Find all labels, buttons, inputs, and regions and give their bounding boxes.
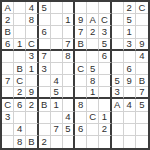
cell-r12c2-given[interactable]: 8: [14, 136, 26, 148]
cell-r5c11-empty[interactable]: [124, 51, 136, 63]
cell-r9c4-given[interactable]: B: [39, 99, 51, 111]
cell-r8c2-given[interactable]: 2: [14, 87, 26, 99]
cell-r7c2-given[interactable]: C: [14, 75, 26, 87]
cell-r1c1-given[interactable]: A: [2, 2, 14, 14]
cell-r3c11-given[interactable]: 1: [124, 26, 136, 38]
cell-r7c11-given[interactable]: 9: [124, 75, 136, 87]
cell-r2c7-given[interactable]: 9: [75, 14, 87, 26]
cell-r6c6-empty[interactable]: [63, 63, 75, 75]
cell-r10c8-given[interactable]: C: [87, 112, 99, 124]
cell-r8c7-empty[interactable]: [75, 87, 87, 99]
cell-r4c1-given[interactable]: 6: [2, 39, 14, 51]
cell-r10c6-given[interactable]: 4: [63, 112, 75, 124]
cell-r10c4-empty[interactable]: [39, 112, 51, 124]
cell-r2c9-given[interactable]: C: [99, 14, 111, 26]
cell-r5c9-given[interactable]: 6: [99, 51, 111, 63]
cell-r6c10-empty[interactable]: [112, 63, 124, 75]
cell-r5c8-empty[interactable]: [87, 51, 99, 63]
cell-r2c11-given[interactable]: 5: [124, 14, 136, 26]
cell-r5c3-given[interactable]: 3: [26, 51, 38, 63]
cell-r4c4-empty[interactable]: [39, 39, 51, 51]
cell-r9c7-given[interactable]: 8: [75, 99, 87, 111]
cell-r6c3-given[interactable]: 1: [26, 63, 38, 75]
cell-r8c5-given[interactable]: 5: [51, 87, 63, 99]
cell-r1c11-given[interactable]: 2: [124, 2, 136, 14]
cell-r12c5-empty[interactable]: [51, 136, 63, 148]
cell-r5c6-given[interactable]: 8: [63, 51, 75, 63]
cell-r5c2-empty[interactable]: [14, 51, 26, 63]
cell-r1c2-empty[interactable]: [14, 2, 26, 14]
cell-r7c3-empty[interactable]: [26, 75, 38, 87]
cell-r8c12-given[interactable]: 7: [136, 87, 148, 99]
cell-r6c8-given[interactable]: 5: [87, 63, 99, 75]
cell-r1c10-empty[interactable]: [112, 2, 124, 14]
cell-r11c11-empty[interactable]: [124, 124, 136, 136]
cell-r11c8-empty[interactable]: [87, 124, 99, 136]
cell-r6c1-empty[interactable]: [2, 63, 14, 75]
cell-r1c9-empty[interactable]: [99, 2, 111, 14]
cell-r5c1-empty[interactable]: [2, 51, 14, 63]
cell-r7c5-given[interactable]: 4: [51, 75, 63, 87]
cell-r4c5-empty[interactable]: [51, 39, 63, 51]
cell-r6c7-given[interactable]: C: [75, 63, 87, 75]
cell-r8c11-empty[interactable]: [124, 87, 136, 99]
cell-r9c2-given[interactable]: 6: [14, 99, 26, 111]
cell-r12c10-empty[interactable]: [112, 136, 124, 148]
cell-r4c11-given[interactable]: 3: [124, 39, 136, 51]
cell-r3c7-given[interactable]: 7: [75, 26, 87, 38]
cell-r2c2-empty[interactable]: [14, 14, 26, 26]
cell-r4c2-given[interactable]: 1: [14, 39, 26, 51]
cell-r11c9-given[interactable]: 2: [99, 124, 111, 136]
cell-r12c11-empty[interactable]: [124, 136, 136, 148]
cell-r5c4-given[interactable]: 7: [39, 51, 51, 63]
cell-r3c8-given[interactable]: 2: [87, 26, 99, 38]
cell-r2c12-empty[interactable]: [136, 14, 148, 26]
cell-r4c12-given[interactable]: 9: [136, 39, 148, 51]
cell-r10c7-empty[interactable]: [75, 112, 87, 124]
cell-r12c8-empty[interactable]: [87, 136, 99, 148]
cell-r8c9-empty[interactable]: [99, 87, 111, 99]
cell-r10c9-given[interactable]: 1: [99, 112, 111, 124]
cell-r10c12-empty[interactable]: [136, 112, 148, 124]
cell-r7c12-given[interactable]: B: [136, 75, 148, 87]
cell-r9c8-empty[interactable]: [87, 99, 99, 111]
cell-r10c3-empty[interactable]: [26, 112, 38, 124]
cell-r5c12-given[interactable]: 4: [136, 51, 148, 63]
cell-r3c12-empty[interactable]: [136, 26, 148, 38]
cell-r9c1-given[interactable]: C: [2, 99, 14, 111]
cell-r10c2-empty[interactable]: [14, 112, 26, 124]
cell-r8c4-empty[interactable]: [39, 87, 51, 99]
cell-r11c2-given[interactable]: 4: [14, 124, 26, 136]
cell-r3c5-empty[interactable]: [51, 26, 63, 38]
cell-r1c6-empty[interactable]: [63, 2, 75, 14]
cell-r11c6-given[interactable]: 5: [63, 124, 75, 136]
cell-r9c5-given[interactable]: 1: [51, 99, 63, 111]
cell-r9c6-empty[interactable]: [63, 99, 75, 111]
cell-r4c9-given[interactable]: 5: [99, 39, 111, 51]
cell-r12c4-given[interactable]: 2: [39, 136, 51, 148]
cell-r3c3-empty[interactable]: [26, 26, 38, 38]
cell-r7c7-empty[interactable]: [75, 75, 87, 87]
cell-r1c4-given[interactable]: 5: [39, 2, 51, 14]
cell-r12c6-empty[interactable]: [63, 136, 75, 148]
cell-r11c3-empty[interactable]: [26, 124, 38, 136]
cell-r3c10-empty[interactable]: [112, 26, 124, 38]
cell-r11c5-given[interactable]: 7: [51, 124, 63, 136]
cell-r1c3-given[interactable]: 4: [26, 2, 38, 14]
cell-r8c3-given[interactable]: 9: [26, 87, 38, 99]
cell-r2c5-empty[interactable]: [51, 14, 63, 26]
cell-r10c11-empty[interactable]: [124, 112, 136, 124]
cell-r11c10-empty[interactable]: [112, 124, 124, 136]
cell-r7c6-empty[interactable]: [63, 75, 75, 87]
cell-r6c5-empty[interactable]: [51, 63, 63, 75]
cell-r11c12-empty[interactable]: [136, 124, 148, 136]
cell-r4c8-empty[interactable]: [87, 39, 99, 51]
cell-r2c1-given[interactable]: 2: [2, 14, 14, 26]
cell-r2c6-given[interactable]: 1: [63, 14, 75, 26]
cell-r6c4-given[interactable]: 3: [39, 63, 51, 75]
cell-r8c10-given[interactable]: 3: [112, 87, 124, 99]
cell-r10c5-empty[interactable]: [51, 112, 63, 124]
cell-r12c3-given[interactable]: B: [26, 136, 38, 148]
cell-r9c11-given[interactable]: 4: [124, 99, 136, 111]
cell-r4c6-given[interactable]: 7: [63, 39, 75, 51]
cell-r10c1-given[interactable]: 3: [2, 112, 14, 124]
cell-r8c6-empty[interactable]: [63, 87, 75, 99]
cell-r9c10-given[interactable]: A: [112, 99, 124, 111]
cell-r5c7-empty[interactable]: [75, 51, 87, 63]
cell-r5c10-empty[interactable]: [112, 51, 124, 63]
cell-r8c8-given[interactable]: 1: [87, 87, 99, 99]
cell-r2c4-empty[interactable]: [39, 14, 51, 26]
cell-r3c1-given[interactable]: B: [2, 26, 14, 38]
cell-r12c12-empty[interactable]: [136, 136, 148, 148]
cell-r4c7-given[interactable]: B: [75, 39, 87, 51]
cell-r2c8-given[interactable]: A: [87, 14, 99, 26]
cell-r6c11-given[interactable]: 6: [124, 63, 136, 75]
cell-r12c7-empty[interactable]: [75, 136, 87, 148]
cell-r12c1-empty[interactable]: [2, 136, 14, 148]
cell-r11c7-given[interactable]: 6: [75, 124, 87, 136]
cell-r4c10-empty[interactable]: [112, 39, 124, 51]
cell-r9c12-given[interactable]: 5: [136, 99, 148, 111]
cell-r9c9-empty[interactable]: [99, 99, 111, 111]
sudoku-board: A452C2819AC5B6723161C7B53937864B13C567C4…: [0, 0, 150, 150]
cell-r7c8-given[interactable]: 8: [87, 75, 99, 87]
cell-r3c9-given[interactable]: 3: [99, 26, 111, 38]
cell-r7c10-given[interactable]: 5: [112, 75, 124, 87]
cell-r7c1-given[interactable]: 7: [2, 75, 14, 87]
cell-r3c6-empty[interactable]: [63, 26, 75, 38]
cell-r8c1-empty[interactable]: [2, 87, 14, 99]
cell-r7c9-empty[interactable]: [99, 75, 111, 87]
cell-r2c10-empty[interactable]: [112, 14, 124, 26]
cell-r3c2-empty[interactable]: [14, 26, 26, 38]
cell-r1c12-given[interactable]: C: [136, 2, 148, 14]
cell-r12c9-empty[interactable]: [99, 136, 111, 148]
cell-r11c1-empty[interactable]: [2, 124, 14, 136]
cell-r9c3-given[interactable]: 2: [26, 99, 38, 111]
cell-r2c3-given[interactable]: 8: [26, 14, 38, 26]
cell-r6c9-empty[interactable]: [99, 63, 111, 75]
cell-r11c4-empty[interactable]: [39, 124, 51, 136]
cell-r4c3-given[interactable]: C: [26, 39, 38, 51]
cell-r7c4-empty[interactable]: [39, 75, 51, 87]
cell-r10c10-empty[interactable]: [112, 112, 124, 124]
cell-r5c5-empty[interactable]: [51, 51, 63, 63]
cell-r1c7-empty[interactable]: [75, 2, 87, 14]
cell-r1c5-empty[interactable]: [51, 2, 63, 14]
cell-r6c12-empty[interactable]: [136, 63, 148, 75]
cell-r1c8-empty[interactable]: [87, 2, 99, 14]
cell-r3c4-given[interactable]: 6: [39, 26, 51, 38]
cell-r6c2-given[interactable]: B: [14, 63, 26, 75]
